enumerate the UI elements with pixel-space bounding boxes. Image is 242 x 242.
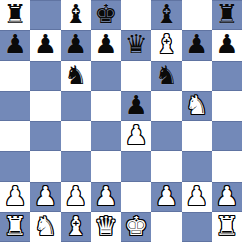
square-b2[interactable]: ♟: [30, 182, 60, 212]
square-d5[interactable]: [91, 91, 121, 121]
piece-white-rook[interactable]: ♜: [3, 212, 26, 241]
piece-white-pawn[interactable]: ♟: [185, 182, 208, 211]
piece-white-knight[interactable]: ♞: [185, 91, 208, 120]
square-f1[interactable]: [151, 212, 181, 242]
square-c1[interactable]: ♝: [61, 212, 91, 242]
square-b3[interactable]: [30, 151, 60, 181]
square-b1[interactable]: ♞: [30, 212, 60, 242]
square-h3[interactable]: [212, 151, 242, 181]
piece-white-queen[interactable]: ♛: [94, 212, 117, 241]
piece-black-knight[interactable]: ♞: [64, 61, 87, 90]
square-a7[interactable]: ♟: [0, 30, 30, 60]
square-d3[interactable]: [91, 151, 121, 181]
square-e2[interactable]: [121, 182, 151, 212]
square-h4[interactable]: [212, 121, 242, 151]
chess-board: ♜♝♚♝♜♟♟♟♟♛♝♟♟♞♞♟♞♟♟♟♟♟♟♟♟♜♞♝♛♚♜: [0, 0, 242, 242]
square-h1[interactable]: ♜: [212, 212, 242, 242]
piece-white-pawn[interactable]: ♟: [215, 182, 238, 211]
piece-white-bishop[interactable]: ♝: [64, 212, 87, 241]
square-f6[interactable]: ♞: [151, 61, 181, 91]
square-h7[interactable]: ♟: [212, 30, 242, 60]
square-g2[interactable]: ♟: [182, 182, 212, 212]
square-c3[interactable]: [61, 151, 91, 181]
piece-white-pawn[interactable]: ♟: [34, 182, 57, 211]
square-g5[interactable]: ♞: [182, 91, 212, 121]
square-a4[interactable]: [0, 121, 30, 151]
piece-black-bishop[interactable]: ♝: [155, 0, 178, 29]
square-d7[interactable]: ♟: [91, 30, 121, 60]
square-c8[interactable]: ♝: [61, 0, 91, 30]
square-h5[interactable]: [212, 91, 242, 121]
square-e6[interactable]: [121, 61, 151, 91]
square-f2[interactable]: ♟: [151, 182, 181, 212]
square-d2[interactable]: ♟: [91, 182, 121, 212]
square-e3[interactable]: [121, 151, 151, 181]
piece-black-pawn[interactable]: ♟: [94, 30, 117, 59]
square-d1[interactable]: ♛: [91, 212, 121, 242]
piece-white-knight[interactable]: ♞: [34, 212, 57, 241]
chess-board-wrapper: ♜♝♚♝♜♟♟♟♟♛♝♟♟♞♞♟♞♟♟♟♟♟♟♟♟♜♞♝♛♚♜: [0, 0, 242, 242]
piece-white-pawn[interactable]: ♟: [155, 182, 178, 211]
square-e4[interactable]: ♟: [121, 121, 151, 151]
piece-white-bishop[interactable]: ♝: [155, 30, 178, 59]
square-c7[interactable]: ♟: [61, 30, 91, 60]
piece-black-pawn[interactable]: ♟: [34, 30, 57, 59]
square-g7[interactable]: ♟: [182, 30, 212, 60]
square-g4[interactable]: [182, 121, 212, 151]
piece-white-pawn[interactable]: ♟: [3, 182, 26, 211]
piece-black-rook[interactable]: ♜: [215, 0, 238, 29]
square-a2[interactable]: ♟: [0, 182, 30, 212]
square-c2[interactable]: ♟: [61, 182, 91, 212]
square-c4[interactable]: [61, 121, 91, 151]
piece-black-pawn[interactable]: ♟: [185, 30, 208, 59]
square-a8[interactable]: ♜: [0, 0, 30, 30]
square-b4[interactable]: [30, 121, 60, 151]
piece-white-pawn[interactable]: ♟: [64, 182, 87, 211]
square-f4[interactable]: [151, 121, 181, 151]
piece-white-pawn[interactable]: ♟: [94, 182, 117, 211]
square-h6[interactable]: [212, 61, 242, 91]
piece-white-rook[interactable]: ♜: [215, 212, 238, 241]
piece-black-pawn[interactable]: ♟: [3, 30, 26, 59]
piece-white-pawn[interactable]: ♟: [124, 121, 147, 150]
piece-black-king[interactable]: ♚: [94, 0, 117, 29]
square-a6[interactable]: [0, 61, 30, 91]
piece-black-bishop[interactable]: ♝: [64, 0, 87, 29]
square-f7[interactable]: ♝: [151, 30, 181, 60]
square-g6[interactable]: [182, 61, 212, 91]
square-d4[interactable]: [91, 121, 121, 151]
square-d6[interactable]: [91, 61, 121, 91]
piece-black-pawn[interactable]: ♟: [64, 30, 87, 59]
square-e8[interactable]: [121, 0, 151, 30]
piece-black-rook[interactable]: ♜: [3, 0, 26, 29]
piece-black-knight[interactable]: ♞: [155, 61, 178, 90]
square-b8[interactable]: [30, 0, 60, 30]
square-h2[interactable]: ♟: [212, 182, 242, 212]
piece-black-queen[interactable]: ♛: [124, 30, 147, 59]
piece-black-pawn[interactable]: ♟: [215, 30, 238, 59]
square-c6[interactable]: ♞: [61, 61, 91, 91]
square-a3[interactable]: [0, 151, 30, 181]
square-h8[interactable]: ♜: [212, 0, 242, 30]
square-f3[interactable]: [151, 151, 181, 181]
piece-white-king[interactable]: ♚: [124, 212, 147, 241]
square-b5[interactable]: [30, 91, 60, 121]
square-g3[interactable]: [182, 151, 212, 181]
square-g1[interactable]: [182, 212, 212, 242]
square-a5[interactable]: [0, 91, 30, 121]
square-c5[interactable]: [61, 91, 91, 121]
piece-black-pawn[interactable]: ♟: [124, 91, 147, 120]
square-g8[interactable]: [182, 0, 212, 30]
square-b7[interactable]: ♟: [30, 30, 60, 60]
square-d8[interactable]: ♚: [91, 0, 121, 30]
square-f5[interactable]: [151, 91, 181, 121]
square-e5[interactable]: ♟: [121, 91, 151, 121]
square-b6[interactable]: [30, 61, 60, 91]
square-f8[interactable]: ♝: [151, 0, 181, 30]
square-a1[interactable]: ♜: [0, 212, 30, 242]
square-e7[interactable]: ♛: [121, 30, 151, 60]
square-e1[interactable]: ♚: [121, 212, 151, 242]
